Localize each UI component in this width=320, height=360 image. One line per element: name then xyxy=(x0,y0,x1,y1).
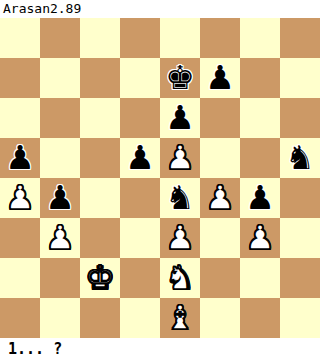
square-b3[interactable]: ♟ xyxy=(40,218,80,258)
white-pawn-icon[interactable]: ♟ xyxy=(245,218,275,258)
square-g6[interactable] xyxy=(240,98,280,138)
square-c1[interactable] xyxy=(80,298,120,338)
square-b2[interactable] xyxy=(40,258,80,298)
square-e1[interactable]: ♝ xyxy=(160,298,200,338)
square-b4[interactable]: ♟ xyxy=(40,178,80,218)
square-e6[interactable]: ♟ xyxy=(160,98,200,138)
square-h5[interactable]: ♞ xyxy=(280,138,320,178)
chess-board: ♚♟♟♟♟♟♞♟♟♞♟♟♟♟♟♚♞♝ xyxy=(0,18,320,338)
square-a7[interactable] xyxy=(0,58,40,98)
square-g5[interactable] xyxy=(240,138,280,178)
square-d5[interactable]: ♟ xyxy=(120,138,160,178)
white-knight-icon[interactable]: ♞ xyxy=(165,258,195,298)
square-f4[interactable]: ♟ xyxy=(200,178,240,218)
square-a5[interactable]: ♟ xyxy=(0,138,40,178)
square-a3[interactable] xyxy=(0,218,40,258)
square-d8[interactable] xyxy=(120,18,160,58)
square-f1[interactable] xyxy=(200,298,240,338)
square-g2[interactable] xyxy=(240,258,280,298)
square-g3[interactable]: ♟ xyxy=(240,218,280,258)
white-pawn-icon[interactable]: ♟ xyxy=(45,218,75,258)
square-b8[interactable] xyxy=(40,18,80,58)
square-a1[interactable] xyxy=(0,298,40,338)
square-h8[interactable] xyxy=(280,18,320,58)
square-f7[interactable]: ♟ xyxy=(200,58,240,98)
white-bishop-icon[interactable]: ♝ xyxy=(165,298,195,338)
square-e7[interactable]: ♚ xyxy=(160,58,200,98)
square-g1[interactable] xyxy=(240,298,280,338)
black-pawn-icon[interactable]: ♟ xyxy=(5,138,35,178)
square-e8[interactable] xyxy=(160,18,200,58)
white-pawn-icon[interactable]: ♟ xyxy=(205,178,235,218)
square-d6[interactable] xyxy=(120,98,160,138)
square-g7[interactable] xyxy=(240,58,280,98)
square-g4[interactable]: ♟ xyxy=(240,178,280,218)
square-h3[interactable] xyxy=(280,218,320,258)
black-knight-icon[interactable]: ♞ xyxy=(165,178,195,218)
square-c7[interactable] xyxy=(80,58,120,98)
black-pawn-icon[interactable]: ♟ xyxy=(165,98,195,138)
square-a4[interactable]: ♟ xyxy=(0,178,40,218)
square-d2[interactable] xyxy=(120,258,160,298)
square-c8[interactable] xyxy=(80,18,120,58)
square-e4[interactable]: ♞ xyxy=(160,178,200,218)
black-pawn-icon[interactable]: ♟ xyxy=(45,178,75,218)
white-pawn-icon[interactable]: ♟ xyxy=(165,218,195,258)
square-d7[interactable] xyxy=(120,58,160,98)
black-pawn-icon[interactable]: ♟ xyxy=(125,138,155,178)
square-d4[interactable] xyxy=(120,178,160,218)
black-pawn-icon[interactable]: ♟ xyxy=(245,178,275,218)
white-pawn-icon[interactable]: ♟ xyxy=(165,138,195,178)
square-a8[interactable] xyxy=(0,18,40,58)
square-c2[interactable]: ♚ xyxy=(80,258,120,298)
square-c5[interactable] xyxy=(80,138,120,178)
square-h1[interactable] xyxy=(280,298,320,338)
square-h6[interactable] xyxy=(280,98,320,138)
square-f8[interactable] xyxy=(200,18,240,58)
square-e5[interactable]: ♟ xyxy=(160,138,200,178)
square-f6[interactable] xyxy=(200,98,240,138)
white-pawn-icon[interactable]: ♟ xyxy=(5,178,35,218)
square-h4[interactable] xyxy=(280,178,320,218)
square-h2[interactable] xyxy=(280,258,320,298)
square-d1[interactable] xyxy=(120,298,160,338)
move-prompt: 1... ? xyxy=(0,338,320,360)
square-h7[interactable] xyxy=(280,58,320,98)
square-b6[interactable] xyxy=(40,98,80,138)
engine-title: Arasan2.89 xyxy=(0,0,320,18)
square-f3[interactable] xyxy=(200,218,240,258)
square-b7[interactable] xyxy=(40,58,80,98)
square-e2[interactable]: ♞ xyxy=(160,258,200,298)
black-knight-icon[interactable]: ♞ xyxy=(285,138,315,178)
black-pawn-icon[interactable]: ♟ xyxy=(205,58,235,98)
square-c3[interactable] xyxy=(80,218,120,258)
square-b1[interactable] xyxy=(40,298,80,338)
square-a6[interactable] xyxy=(0,98,40,138)
white-king-icon[interactable]: ♚ xyxy=(85,258,115,298)
square-c6[interactable] xyxy=(80,98,120,138)
square-c4[interactable] xyxy=(80,178,120,218)
square-f2[interactable] xyxy=(200,258,240,298)
square-g8[interactable] xyxy=(240,18,280,58)
square-d3[interactable] xyxy=(120,218,160,258)
square-b5[interactable] xyxy=(40,138,80,178)
black-king-icon[interactable]: ♚ xyxy=(165,58,195,98)
square-a2[interactable] xyxy=(0,258,40,298)
square-e3[interactable]: ♟ xyxy=(160,218,200,258)
square-f5[interactable] xyxy=(200,138,240,178)
